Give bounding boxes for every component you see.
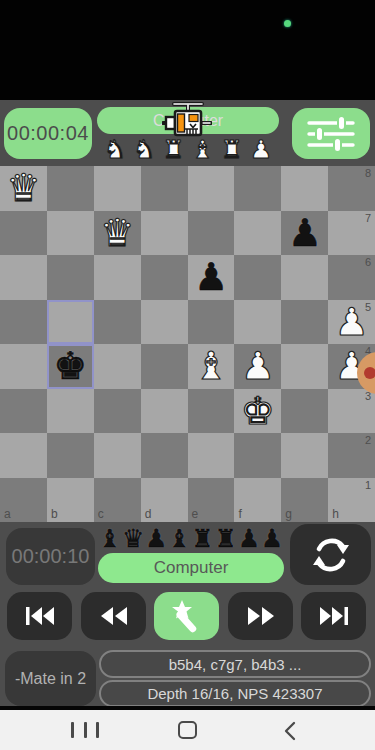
rank-label-6: 6 (365, 256, 371, 268)
square-c3[interactable] (94, 389, 141, 434)
square-c1[interactable]: c (94, 478, 141, 523)
rank-label-2: 2 (365, 434, 371, 446)
engine-thinking-icon (162, 99, 212, 145)
square-b7[interactable] (47, 211, 94, 256)
captured-black-piece: ♝ (99, 526, 121, 551)
rewind-icon (100, 605, 128, 627)
rank-label-5: 5 (365, 301, 371, 313)
captured-black-piece: ♜ (191, 526, 213, 551)
file-label-f: f (238, 507, 241, 521)
tune-sliders-icon (303, 115, 359, 153)
square-h7[interactable]: 7 (328, 211, 375, 256)
square-e2[interactable] (188, 433, 235, 478)
captured-black-pieces-row: ♝♛♟♝♜♜♟♟ (98, 523, 284, 554)
new-game-button[interactable] (290, 524, 371, 585)
square-c5[interactable] (94, 300, 141, 345)
square-h2[interactable]: 2 (328, 433, 375, 478)
touch-pointer-dot (364, 367, 375, 379)
white-king-f3[interactable]: ♚ (241, 392, 275, 430)
rank-label-8: 8 (365, 167, 371, 179)
refresh-icon (309, 533, 353, 577)
player-name-label: Computer (98, 553, 284, 583)
magic-wand-icon (169, 599, 205, 633)
recents-icon[interactable] (71, 722, 99, 738)
square-e5[interactable] (188, 300, 235, 345)
hint-button[interactable] (154, 592, 219, 640)
square-h1[interactable]: 1h (328, 478, 375, 523)
square-b5[interactable] (47, 300, 94, 345)
square-c6[interactable] (94, 255, 141, 300)
square-c8[interactable] (94, 166, 141, 211)
square-d7[interactable] (141, 211, 188, 256)
chess-board[interactable]: ♛8♛♟7♟65♟♚♝♟4♟♚32abcdefg1h (0, 166, 375, 522)
square-f5[interactable] (234, 300, 281, 345)
opponent-clock: 00:00:04 (4, 108, 92, 159)
captured-black-piece: ♟ (238, 526, 260, 551)
square-b6[interactable] (47, 255, 94, 300)
square-a3[interactable] (0, 389, 47, 434)
rank-label-1: 1 (365, 479, 371, 491)
square-d4[interactable] (141, 344, 188, 389)
square-h5[interactable]: 5♟ (328, 300, 375, 345)
square-f8[interactable] (234, 166, 281, 211)
square-e7[interactable] (188, 211, 235, 256)
black-pawn-g7[interactable]: ♟ (288, 214, 322, 252)
back-icon[interactable] (283, 721, 297, 741)
square-e1[interactable]: e (188, 478, 235, 523)
square-b8[interactable] (47, 166, 94, 211)
file-label-a: a (4, 507, 11, 521)
status-bar (0, 0, 375, 100)
skip-to-end-icon (319, 605, 349, 627)
file-label-b: b (51, 507, 58, 521)
captured-black-piece: ♟ (261, 526, 283, 551)
square-f3[interactable]: ♚ (234, 389, 281, 434)
square-d2[interactable] (141, 433, 188, 478)
square-f7[interactable] (234, 211, 281, 256)
square-g7[interactable]: ♟ (281, 211, 328, 256)
player-panel: 00:00:10 ♝♛♟♝♜♜♟♟ Computer (0, 522, 375, 706)
square-g2[interactable] (281, 433, 328, 478)
square-g6[interactable] (281, 255, 328, 300)
black-pawn-e6[interactable]: ♟ (194, 258, 228, 296)
captured-black-piece: ♜ (215, 526, 237, 551)
white-pawn-h5[interactable]: ♟ (335, 303, 369, 341)
evaluation-label: -Mate in 2 (5, 651, 96, 706)
playback-controls (0, 592, 375, 641)
square-a4[interactable] (0, 344, 47, 389)
square-c2[interactable] (94, 433, 141, 478)
square-a5[interactable] (0, 300, 47, 345)
square-f1[interactable]: f (234, 478, 281, 523)
captured-black-piece: ♝ (168, 526, 190, 551)
captured-black-piece: ♛ (122, 526, 144, 551)
opponent-panel: 00:00:04 Computer ♞♞♜♝♜♟ (0, 100, 375, 166)
square-d6[interactable] (141, 255, 188, 300)
square-g4[interactable] (281, 344, 328, 389)
square-g3[interactable] (281, 389, 328, 434)
square-d5[interactable] (141, 300, 188, 345)
square-a7[interactable] (0, 211, 47, 256)
player-clock: 00:00:10 (6, 528, 95, 585)
settings-button[interactable] (292, 108, 370, 159)
rewind-button[interactable] (81, 592, 146, 640)
square-f4[interactable]: ♟ (234, 344, 281, 389)
file-label-g: g (285, 507, 292, 521)
square-a8[interactable]: ♛ (0, 166, 47, 211)
black-king-b4[interactable]: ♚ (53, 347, 87, 385)
file-label-c: c (98, 507, 104, 521)
skip-to-start-icon (25, 605, 55, 627)
white-queen-a8[interactable]: ♛ (6, 169, 40, 207)
captured-white-piece: ♟ (250, 137, 272, 162)
white-pawn-f4[interactable]: ♟ (241, 347, 275, 385)
captured-white-piece: ♞ (133, 137, 155, 162)
square-b2[interactable] (47, 433, 94, 478)
white-queen-c7[interactable]: ♛ (100, 214, 134, 252)
square-e3[interactable] (188, 389, 235, 434)
square-e4[interactable]: ♝ (188, 344, 235, 389)
skip-to-end-button[interactable] (301, 592, 366, 640)
square-b3[interactable] (47, 389, 94, 434)
square-d8[interactable] (141, 166, 188, 211)
file-label-h: h (332, 507, 339, 521)
captured-white-piece: ♞ (104, 137, 126, 162)
captured-black-piece: ♟ (145, 526, 167, 551)
captured-white-piece: ♜ (221, 137, 243, 162)
fast-forward-icon (247, 605, 275, 627)
square-d1[interactable]: d (141, 478, 188, 523)
camera-indicator-dot (284, 20, 291, 27)
square-h6[interactable]: 6 (328, 255, 375, 300)
square-h8[interactable]: 8 (328, 166, 375, 211)
white-bishop-e4[interactable]: ♝ (194, 347, 228, 385)
square-f2[interactable] (234, 433, 281, 478)
file-label-e: e (192, 507, 199, 521)
skip-to-start-button[interactable] (7, 592, 72, 640)
home-icon[interactable] (178, 721, 197, 739)
square-a1[interactable]: a (0, 478, 47, 523)
square-a2[interactable] (0, 433, 47, 478)
engine-pv-line: b5b4, c7g7, b4b3 ... (99, 650, 371, 678)
square-d3[interactable] (141, 389, 188, 434)
fast-forward-button[interactable] (228, 592, 293, 640)
rank-label-7: 7 (365, 212, 371, 224)
square-c7[interactable]: ♛ (94, 211, 141, 256)
square-g8[interactable] (281, 166, 328, 211)
square-a6[interactable] (0, 255, 47, 300)
square-f6[interactable] (234, 255, 281, 300)
square-c4[interactable] (94, 344, 141, 389)
square-h3[interactable]: 3 (328, 389, 375, 434)
square-e8[interactable] (188, 166, 235, 211)
engine-stats: Depth 16/16, NPS 423307 (99, 680, 371, 707)
square-g5[interactable] (281, 300, 328, 345)
file-label-d: d (145, 507, 152, 521)
android-nav-bar (0, 710, 375, 750)
square-g1[interactable]: g (281, 478, 328, 523)
app-screen: 00:00:04 Computer ♞♞♜♝♜♟ (0, 0, 375, 750)
square-b4[interactable]: ♚ (47, 344, 94, 389)
square-b1[interactable]: b (47, 478, 94, 523)
square-e6[interactable]: ♟ (188, 255, 235, 300)
